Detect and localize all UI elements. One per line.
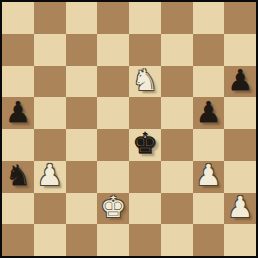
square-g5[interactable]: ♟ — [193, 97, 225, 129]
square-d6[interactable] — [97, 66, 129, 98]
square-c5[interactable] — [66, 97, 98, 129]
square-b4[interactable] — [34, 129, 66, 161]
square-g8[interactable] — [193, 2, 225, 34]
square-a5[interactable]: ♟ — [2, 97, 34, 129]
square-c4[interactable] — [66, 129, 98, 161]
square-f4[interactable] — [161, 129, 193, 161]
square-e8[interactable] — [129, 2, 161, 34]
square-e6[interactable]: ♞ — [129, 66, 161, 98]
square-c2[interactable] — [66, 193, 98, 225]
square-b6[interactable] — [34, 66, 66, 98]
square-d3[interactable] — [97, 161, 129, 193]
piece-black-pawn[interactable]: ♟ — [195, 98, 221, 127]
square-h2[interactable]: ♟ — [224, 193, 256, 225]
square-f7[interactable] — [161, 34, 193, 66]
piece-white-pawn[interactable]: ♟ — [195, 161, 221, 190]
square-a6[interactable] — [2, 66, 34, 98]
piece-white-pawn[interactable]: ♟ — [37, 161, 63, 190]
square-g4[interactable] — [193, 129, 225, 161]
piece-black-knight[interactable]: ♞ — [5, 161, 31, 190]
square-h5[interactable] — [224, 97, 256, 129]
square-b7[interactable] — [34, 34, 66, 66]
square-f6[interactable] — [161, 66, 193, 98]
square-d8[interactable] — [97, 2, 129, 34]
square-e7[interactable] — [129, 34, 161, 66]
square-a4[interactable] — [2, 129, 34, 161]
square-a7[interactable] — [2, 34, 34, 66]
square-d1[interactable] — [97, 224, 129, 256]
square-b3[interactable]: ♟ — [34, 161, 66, 193]
square-e2[interactable] — [129, 193, 161, 225]
square-h7[interactable] — [224, 34, 256, 66]
board-grid: ♞♟♟♟♚♞♟♟♚♟ — [2, 2, 256, 256]
square-b2[interactable] — [34, 193, 66, 225]
square-e3[interactable] — [129, 161, 161, 193]
square-g3[interactable]: ♟ — [193, 161, 225, 193]
square-d7[interactable] — [97, 34, 129, 66]
square-a3[interactable]: ♞ — [2, 161, 34, 193]
piece-white-pawn[interactable]: ♟ — [227, 193, 253, 222]
square-c1[interactable] — [66, 224, 98, 256]
piece-black-pawn[interactable]: ♟ — [227, 66, 253, 95]
piece-black-king[interactable]: ♚ — [132, 129, 158, 158]
square-d4[interactable] — [97, 129, 129, 161]
piece-white-king[interactable]: ♚ — [100, 193, 126, 222]
square-d5[interactable] — [97, 97, 129, 129]
square-f5[interactable] — [161, 97, 193, 129]
square-g6[interactable] — [193, 66, 225, 98]
piece-black-pawn[interactable]: ♟ — [5, 98, 31, 127]
square-a8[interactable] — [2, 2, 34, 34]
square-c6[interactable] — [66, 66, 98, 98]
square-g1[interactable] — [193, 224, 225, 256]
square-h6[interactable]: ♟ — [224, 66, 256, 98]
chess-board: ♞♟♟♟♚♞♟♟♚♟ — [0, 0, 258, 258]
square-f1[interactable] — [161, 224, 193, 256]
square-b5[interactable] — [34, 97, 66, 129]
square-b8[interactable] — [34, 2, 66, 34]
square-c8[interactable] — [66, 2, 98, 34]
square-g2[interactable] — [193, 193, 225, 225]
square-h1[interactable] — [224, 224, 256, 256]
square-b1[interactable] — [34, 224, 66, 256]
square-h3[interactable] — [224, 161, 256, 193]
piece-white-knight[interactable]: ♞ — [132, 66, 158, 95]
square-h4[interactable] — [224, 129, 256, 161]
square-d2[interactable]: ♚ — [97, 193, 129, 225]
square-a2[interactable] — [2, 193, 34, 225]
square-h8[interactable] — [224, 2, 256, 34]
square-e5[interactable] — [129, 97, 161, 129]
square-g7[interactable] — [193, 34, 225, 66]
square-c3[interactable] — [66, 161, 98, 193]
square-e4[interactable]: ♚ — [129, 129, 161, 161]
square-f8[interactable] — [161, 2, 193, 34]
square-e1[interactable] — [129, 224, 161, 256]
square-c7[interactable] — [66, 34, 98, 66]
square-a1[interactable] — [2, 224, 34, 256]
square-f2[interactable] — [161, 193, 193, 225]
square-f3[interactable] — [161, 161, 193, 193]
